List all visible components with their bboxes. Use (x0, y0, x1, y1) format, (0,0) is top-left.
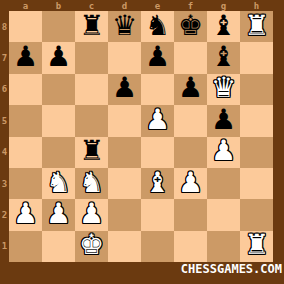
square-e6[interactable] (141, 74, 174, 105)
square-f2[interactable] (174, 199, 207, 230)
file-labels: abcdefgh (9, 0, 273, 11)
rank-label-6: 6 (0, 74, 9, 105)
square-h4[interactable] (240, 137, 273, 168)
square-g2[interactable] (207, 199, 240, 230)
rank-label-4: 4 (0, 137, 9, 168)
square-b4[interactable] (42, 137, 75, 168)
square-g8[interactable]: ♝ (207, 11, 240, 42)
square-h6[interactable] (240, 74, 273, 105)
piece-black-pawn-g5[interactable]: ♟ (211, 106, 236, 134)
piece-black-pawn-d6[interactable]: ♟ (112, 74, 137, 102)
square-h1[interactable]: ♜ (240, 231, 273, 262)
square-d2[interactable] (108, 199, 141, 230)
square-g3[interactable] (207, 168, 240, 199)
square-g1[interactable] (207, 231, 240, 262)
piece-black-pawn-e7[interactable]: ♟ (145, 43, 170, 71)
square-f1[interactable] (174, 231, 207, 262)
square-a4[interactable] (9, 137, 42, 168)
square-a2[interactable]: ♟ (9, 199, 42, 230)
piece-black-pawn-b7[interactable]: ♟ (46, 43, 71, 71)
square-a1[interactable] (9, 231, 42, 262)
square-d7[interactable] (108, 42, 141, 73)
square-a3[interactable] (9, 168, 42, 199)
square-c8[interactable]: ♜ (75, 11, 108, 42)
file-label-h: h (240, 0, 273, 11)
piece-white-pawn-b2[interactable]: ♟ (46, 200, 71, 228)
piece-white-knight-c3[interactable]: ♞ (79, 169, 104, 197)
square-b1[interactable] (42, 231, 75, 262)
piece-black-rook-c8[interactable]: ♜ (79, 12, 104, 40)
rank-label-5: 5 (0, 105, 9, 136)
square-c3[interactable]: ♞ (75, 168, 108, 199)
square-f7[interactable] (174, 42, 207, 73)
square-f3[interactable]: ♟ (174, 168, 207, 199)
square-b6[interactable] (42, 74, 75, 105)
square-d3[interactable] (108, 168, 141, 199)
piece-black-knight-e8[interactable]: ♞ (145, 12, 170, 40)
rank-label-2: 2 (0, 199, 9, 230)
square-d5[interactable] (108, 105, 141, 136)
square-b8[interactable] (42, 11, 75, 42)
square-h8[interactable]: ♜ (240, 11, 273, 42)
piece-white-pawn-e5[interactable]: ♟ (145, 106, 170, 134)
file-label-c: c (75, 0, 108, 11)
piece-white-pawn-a2[interactable]: ♟ (13, 200, 38, 228)
square-c2[interactable]: ♟ (75, 199, 108, 230)
square-b7[interactable]: ♟ (42, 42, 75, 73)
square-d4[interactable] (108, 137, 141, 168)
square-a8[interactable] (9, 11, 42, 42)
piece-white-bishop-e3[interactable]: ♝ (145, 169, 170, 197)
square-g4[interactable]: ♟ (207, 137, 240, 168)
square-f4[interactable] (174, 137, 207, 168)
square-g5[interactable]: ♟ (207, 105, 240, 136)
square-c5[interactable] (75, 105, 108, 136)
square-b5[interactable] (42, 105, 75, 136)
file-label-e: e (141, 0, 174, 11)
square-e4[interactable] (141, 137, 174, 168)
piece-black-bishop-g7[interactable]: ♝ (211, 43, 236, 71)
square-d1[interactable] (108, 231, 141, 262)
piece-white-king-c1[interactable]: ♚ (79, 231, 104, 259)
chess-board-frame: abcdefgh 87654321 ♜♛♞♚♝♜♟♟♟♝♟♟♛♟♟♜♟♞♞♝♟♟… (0, 0, 284, 284)
square-h5[interactable] (240, 105, 273, 136)
board: ♜♛♞♚♝♜♟♟♟♝♟♟♛♟♟♜♟♞♞♝♟♟♟♟♚♜ (9, 11, 273, 262)
square-d8[interactable]: ♛ (108, 11, 141, 42)
square-a7[interactable]: ♟ (9, 42, 42, 73)
piece-white-pawn-f3[interactable]: ♟ (178, 169, 203, 197)
piece-black-king-f8[interactable]: ♚ (178, 12, 203, 40)
file-label-g: g (207, 0, 240, 11)
piece-black-queen-d8[interactable]: ♛ (112, 12, 137, 40)
rank-label-3: 3 (0, 168, 9, 199)
square-b2[interactable]: ♟ (42, 199, 75, 230)
square-c4[interactable]: ♜ (75, 137, 108, 168)
rank-label-1: 1 (0, 231, 9, 262)
piece-white-pawn-c2[interactable]: ♟ (79, 200, 104, 228)
piece-black-pawn-a7[interactable]: ♟ (13, 43, 38, 71)
rank-labels: 87654321 (0, 11, 9, 262)
square-e1[interactable] (141, 231, 174, 262)
square-c6[interactable] (75, 74, 108, 105)
rank-label-8: 8 (0, 11, 9, 42)
piece-black-rook-c4[interactable]: ♜ (79, 137, 104, 165)
file-label-a: a (9, 0, 42, 11)
piece-white-queen-g6[interactable]: ♛ (211, 74, 236, 102)
square-e5[interactable]: ♟ (141, 105, 174, 136)
piece-white-pawn-g4[interactable]: ♟ (211, 137, 236, 165)
square-h2[interactable] (240, 199, 273, 230)
square-h7[interactable] (240, 42, 273, 73)
square-e7[interactable]: ♟ (141, 42, 174, 73)
piece-white-knight-b3[interactable]: ♞ (46, 169, 71, 197)
square-g7[interactable]: ♝ (207, 42, 240, 73)
square-e3[interactable]: ♝ (141, 168, 174, 199)
square-e2[interactable] (141, 199, 174, 230)
square-d6[interactable]: ♟ (108, 74, 141, 105)
square-g6[interactable]: ♛ (207, 74, 240, 105)
square-f5[interactable] (174, 105, 207, 136)
square-f6[interactable]: ♟ (174, 74, 207, 105)
square-h3[interactable] (240, 168, 273, 199)
rank-label-7: 7 (0, 42, 9, 73)
file-label-b: b (42, 0, 75, 11)
piece-white-rook-h8[interactable]: ♜ (244, 12, 269, 40)
square-c1[interactable]: ♚ (75, 231, 108, 262)
square-c7[interactable] (75, 42, 108, 73)
square-a6[interactable] (9, 74, 42, 105)
piece-black-bishop-g8[interactable]: ♝ (211, 12, 236, 40)
square-a5[interactable] (9, 105, 42, 136)
square-f8[interactable]: ♚ (174, 11, 207, 42)
square-b3[interactable]: ♞ (42, 168, 75, 199)
watermark-chessgames: CHESSGAMES.COM (181, 262, 282, 276)
piece-black-pawn-f6[interactable]: ♟ (178, 74, 203, 102)
square-e8[interactable]: ♞ (141, 11, 174, 42)
file-label-f: f (174, 0, 207, 11)
file-label-d: d (108, 0, 141, 11)
piece-white-rook-h1[interactable]: ♜ (244, 231, 269, 259)
